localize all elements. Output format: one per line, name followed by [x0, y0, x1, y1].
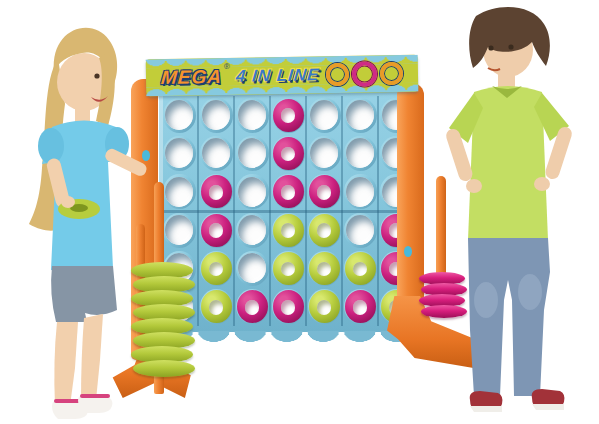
hole-rim: [200, 289, 233, 324]
game-title-text: 4 IN LINE: [235, 65, 320, 86]
disc-center-hole: [353, 262, 368, 277]
board-cell-c4-r6[interactable]: [269, 288, 305, 326]
board-cell-c1-r2[interactable]: [161, 134, 197, 172]
hole-rim: [308, 98, 341, 133]
brand-logo-text: MEGA: [160, 66, 223, 89]
hole-rim: [272, 251, 305, 286]
disc-center-hole: [281, 300, 296, 315]
girl-hand: [61, 196, 75, 208]
hole-rim: [236, 289, 269, 324]
hole-rim: [344, 174, 377, 209]
disc-center-hole: [281, 108, 296, 123]
girl-neck: [75, 106, 90, 122]
green-disc: [273, 252, 304, 285]
green-disc: [309, 214, 340, 247]
disc-center-hole: [209, 300, 224, 315]
orange-ring-icon: [326, 63, 349, 86]
disc-center-hole: [317, 262, 332, 277]
girl-denim-shorts: [51, 266, 117, 322]
board-cell-c3-r4[interactable]: [233, 211, 269, 249]
empty-hole: [346, 177, 374, 207]
hole-rim: [272, 136, 305, 171]
disc-center-hole: [209, 262, 224, 277]
hole-rim: [200, 213, 233, 248]
empty-hole: [202, 138, 230, 168]
board-cell-c2-r6[interactable]: [197, 288, 233, 326]
hole-rim: [236, 251, 269, 286]
empty-hole: [346, 138, 374, 168]
disc-center-hole: [353, 300, 368, 315]
connect-four-board: [159, 92, 415, 332]
board-cell-c4-r4[interactable]: [269, 211, 305, 249]
green-disc: [201, 290, 232, 323]
boy-jeans: [468, 238, 550, 396]
boy-hand-left: [466, 179, 482, 193]
orange-ring-icon: [380, 62, 403, 85]
magenta-ring-icon: [352, 61, 377, 86]
empty-hole: [346, 100, 374, 130]
green-disc: [201, 252, 232, 285]
empty-hole: [238, 138, 266, 168]
girl-eye: [94, 73, 99, 78]
board-cell-c5-r4[interactable]: [305, 211, 341, 249]
hole-rim: [308, 289, 341, 324]
hole-rim: [163, 213, 196, 248]
title-banner: MEGA ® 4 IN LINE: [146, 55, 419, 97]
board-cell-c3-r6[interactable]: [233, 288, 269, 326]
board-cell-c6-r2[interactable]: [341, 134, 377, 172]
hole-rim: [272, 213, 305, 248]
disc-center-hole: [281, 185, 296, 200]
hole-rim: [200, 136, 233, 171]
board-cell-c3-r5[interactable]: [233, 249, 269, 287]
magenta-disc: [273, 137, 304, 170]
board-cell-c6-r5[interactable]: [341, 249, 377, 287]
magenta-disc: [201, 175, 232, 208]
board-cell-c5-r2[interactable]: [305, 134, 341, 172]
girl-player: [0, 10, 154, 422]
hole-rim: [272, 289, 305, 324]
disc-center-hole: [317, 223, 332, 238]
empty-hole: [202, 100, 230, 130]
empty-hole: [165, 138, 193, 168]
board-cell-c5-r3[interactable]: [305, 173, 341, 211]
girl-sleeve-left: [38, 128, 64, 164]
board-cell-c4-r3[interactable]: [269, 173, 305, 211]
board-cell-c2-r1[interactable]: [197, 96, 233, 134]
disc-center-hole: [281, 262, 296, 277]
hole-rim: [236, 174, 269, 209]
boy-jeans-knee-left: [474, 282, 498, 318]
green-disc: [309, 252, 340, 285]
board-cell-c4-r2[interactable]: [269, 134, 305, 172]
disc-center-hole: [317, 185, 332, 200]
hole-rim: [308, 174, 341, 209]
empty-hole: [165, 100, 193, 130]
magenta-disc: [273, 290, 304, 323]
board-cell-c5-r1[interactable]: [305, 96, 341, 134]
hole-rim: [344, 136, 377, 171]
girl-shoe-right: [78, 394, 112, 413]
board-cell-c5-r5[interactable]: [305, 249, 341, 287]
hole-rim: [308, 251, 341, 286]
green-disc: [309, 290, 340, 323]
board-cell-c6-r6[interactable]: [341, 288, 377, 326]
hole-rim: [344, 251, 377, 286]
hole-rim: [200, 174, 233, 209]
board-cell-c6-r4[interactable]: [341, 211, 377, 249]
green-disc: [345, 252, 376, 285]
boy-sneaker-right: [532, 389, 565, 410]
board-cell-c1-r4[interactable]: [161, 211, 197, 249]
hole-rim: [344, 98, 377, 133]
disc-center-hole: [209, 185, 224, 200]
disc-center-hole: [245, 300, 260, 315]
green-disc: [273, 214, 304, 247]
scene: MEGA ® 4 IN LINE: [0, 0, 599, 424]
boy-hand-right: [534, 177, 550, 191]
disc-center-hole: [281, 223, 296, 238]
hole-rim: [308, 136, 341, 171]
hole-rim: [344, 213, 377, 248]
magenta-disc: [273, 175, 304, 208]
board-cell-c2-r3[interactable]: [197, 173, 233, 211]
registered-mark: ®: [224, 62, 230, 71]
banner-ring-icons: [326, 61, 403, 87]
empty-hole: [310, 138, 338, 168]
girl-leg-left: [54, 322, 78, 406]
disc-center-hole: [281, 147, 296, 162]
hole-rim: [236, 98, 269, 133]
hole-rim: [200, 98, 233, 133]
hole-rim: [236, 213, 269, 248]
board-cell-c4-r1[interactable]: [269, 96, 305, 134]
hole-rim: [200, 251, 233, 286]
hole-rim: [236, 136, 269, 171]
magenta-disc: [201, 214, 232, 247]
hole-rim: [308, 213, 341, 248]
board-cell-c3-r1[interactable]: [233, 96, 269, 134]
boy-eye-left: [488, 45, 493, 50]
empty-hole: [238, 253, 266, 283]
hole-rim: [163, 174, 196, 209]
board-cell-c6-r3[interactable]: [341, 173, 377, 211]
hole-rim: [272, 174, 305, 209]
board-cell-c2-r5[interactable]: [197, 249, 233, 287]
board-cell-c3-r3[interactable]: [233, 173, 269, 211]
board-cell-c1-r3[interactable]: [161, 173, 197, 211]
girl-leg-right: [81, 314, 103, 400]
disc-center-hole: [317, 300, 332, 315]
boy-player: [436, 0, 599, 424]
boy-jeans-knee-right: [518, 274, 542, 310]
empty-hole: [165, 177, 193, 207]
board-cell-c2-r2[interactable]: [197, 134, 233, 172]
empty-hole: [238, 215, 266, 245]
magenta-disc: [273, 99, 304, 132]
board-cell-c5-r6[interactable]: [305, 288, 341, 326]
magenta-disc: [345, 290, 376, 323]
hole-rim: [163, 136, 196, 171]
boy-eye-right: [508, 44, 513, 49]
magenta-disc: [309, 175, 340, 208]
board-cell-c1-r1[interactable]: [161, 96, 197, 134]
right-post-knob: [404, 246, 412, 257]
hole-rim: [272, 98, 305, 133]
hole-rim: [163, 98, 196, 133]
empty-hole: [165, 215, 193, 245]
board-cell-c6-r1[interactable]: [341, 96, 377, 134]
empty-hole: [310, 100, 338, 130]
empty-hole: [238, 177, 266, 207]
board-seam: [159, 210, 415, 213]
board-cell-c4-r5[interactable]: [269, 249, 305, 287]
boy-sneaker-left: [470, 391, 503, 412]
disc-center-hole: [209, 223, 224, 238]
board-bottom-wave: [159, 331, 415, 343]
hole-rim: [344, 289, 377, 324]
boy-neck: [498, 74, 515, 88]
magenta-disc: [237, 290, 268, 323]
empty-hole: [346, 215, 374, 245]
empty-hole: [238, 100, 266, 130]
board-cell-c3-r2[interactable]: [233, 134, 269, 172]
board-cell-c2-r4[interactable]: [197, 211, 233, 249]
